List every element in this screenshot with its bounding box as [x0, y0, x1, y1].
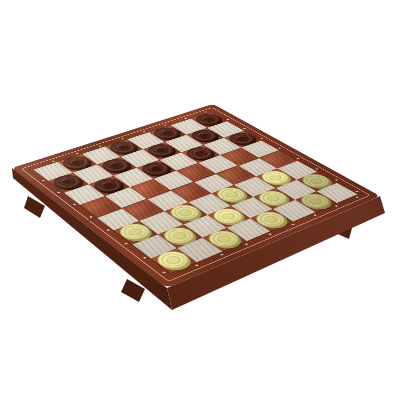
checkers-set-photo: ●●●●●●●●●●●●●●●●●●●●●●●●: [0, 0, 400, 400]
checkers-board: ●●●●●●●●●●●●●●●●●●●●●●●●: [12, 104, 380, 288]
frame-pinstripe: [21, 107, 371, 281]
